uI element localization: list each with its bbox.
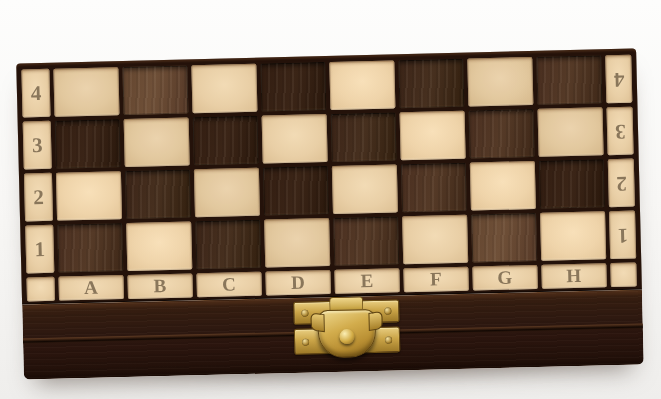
square-h3 — [537, 107, 603, 157]
rank-label-right-1: 1 — [609, 211, 636, 260]
rank-label-left-4: 4 — [21, 69, 50, 118]
board: 44332211ABCDEFGH — [16, 48, 642, 304]
square-e4 — [329, 60, 395, 110]
square-g3 — [469, 109, 535, 159]
square-b4 — [122, 65, 188, 115]
product-photo-scene: 44332211ABCDEFGH — [0, 0, 661, 399]
square-e1 — [333, 216, 399, 266]
square-f1 — [402, 215, 468, 265]
file-label-g: G — [472, 265, 538, 291]
file-label-c: C — [196, 272, 262, 298]
file-label-f: F — [403, 267, 469, 293]
corner-cell-right — [610, 263, 637, 288]
rank-label-right-2: 2 — [608, 159, 635, 208]
file-label-b: B — [127, 273, 193, 299]
rank-label-left-2: 2 — [24, 173, 53, 222]
screw-icon — [302, 338, 309, 345]
square-b1 — [126, 221, 192, 271]
square-h1 — [540, 211, 606, 261]
chess-box: 44332211ABCDEFGH — [16, 48, 644, 379]
corner-cell-left — [26, 277, 55, 302]
square-d1 — [264, 218, 330, 268]
square-b3 — [124, 117, 190, 167]
square-h2 — [539, 159, 605, 209]
square-d3 — [262, 114, 328, 164]
brass-latch — [293, 299, 400, 364]
square-f4 — [398, 59, 464, 109]
square-a1 — [57, 223, 123, 273]
square-a3 — [55, 119, 121, 169]
square-c4 — [191, 64, 257, 114]
square-f2 — [401, 163, 467, 213]
file-label-a: A — [58, 275, 124, 301]
box-front-face — [22, 289, 644, 379]
square-c3 — [193, 116, 259, 166]
square-c2 — [194, 168, 260, 218]
square-d2 — [263, 166, 329, 216]
square-a4 — [53, 67, 119, 117]
square-g2 — [470, 161, 536, 211]
square-b2 — [125, 169, 191, 219]
square-g1 — [471, 213, 537, 263]
file-label-d: D — [265, 270, 331, 296]
rank-label-right-3: 3 — [606, 107, 633, 156]
square-h4 — [536, 55, 602, 105]
latch-dome-button — [339, 329, 354, 344]
square-a2 — [56, 171, 122, 221]
rank-label-right-4: 4 — [605, 55, 632, 104]
rank-label-left-3: 3 — [23, 121, 52, 170]
screw-icon — [384, 308, 391, 315]
square-c1 — [195, 220, 261, 270]
screw-icon — [301, 310, 308, 317]
square-e3 — [331, 112, 397, 162]
square-g4 — [467, 57, 533, 107]
square-e2 — [332, 164, 398, 214]
screw-icon — [385, 336, 392, 343]
rank-label-left-1: 1 — [25, 225, 54, 274]
board-grid: 44332211ABCDEFGH — [21, 55, 636, 302]
file-label-e: E — [334, 268, 400, 294]
file-label-h: H — [541, 263, 607, 289]
latch-hinge-knuckle — [329, 296, 363, 310]
square-f3 — [400, 111, 466, 161]
square-d4 — [260, 62, 326, 112]
